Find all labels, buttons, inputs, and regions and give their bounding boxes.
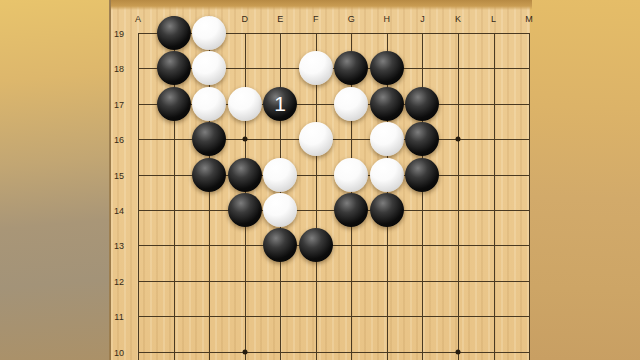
row-label-16: 16	[114, 135, 124, 145]
col-label-J: J	[420, 14, 425, 24]
board-top-edge	[111, 0, 532, 10]
col-label-L: L	[491, 14, 496, 24]
stone-black-C15	[192, 158, 226, 192]
stone-black-F13	[299, 228, 333, 262]
go-board[interactable]: ABCDEFGHJKLM19181716151413121110 1	[109, 0, 530, 360]
stone-white-H16	[370, 122, 404, 156]
stone-white-C18	[192, 51, 226, 85]
stone-white-C19	[192, 16, 226, 50]
grid-line-col-K	[458, 33, 459, 360]
stone-black-E17: 1	[263, 87, 297, 121]
col-label-D: D	[241, 14, 248, 24]
stone-black-D14	[228, 193, 262, 227]
stone-white-E14	[263, 193, 297, 227]
row-label-11: 11	[114, 312, 123, 322]
stone-white-G15	[334, 158, 368, 192]
stone-black-J17	[405, 87, 439, 121]
stone-black-J15	[405, 158, 439, 192]
stone-black-D15	[228, 158, 262, 192]
row-label-13: 13	[114, 241, 124, 251]
stone-black-G14	[334, 193, 368, 227]
row-label-19: 19	[114, 29, 124, 39]
col-label-A: A	[135, 14, 141, 24]
col-label-M: M	[525, 14, 533, 24]
row-label-10: 10	[114, 348, 124, 358]
stone-black-E13	[263, 228, 297, 262]
row-label-18: 18	[114, 64, 124, 74]
row-label-17: 17	[114, 100, 124, 110]
stone-white-E15	[263, 158, 297, 192]
star-point-K16	[455, 137, 460, 142]
stone-black-H14	[370, 193, 404, 227]
stone-black-C16	[192, 122, 226, 156]
grid-line-row-13	[138, 245, 530, 246]
star-point-D16	[242, 137, 247, 142]
stone-white-C17	[192, 87, 226, 121]
stone-black-G18	[334, 51, 368, 85]
grid-line-col-J	[422, 33, 423, 360]
stone-white-F18	[299, 51, 333, 85]
stone-black-J16	[405, 122, 439, 156]
star-point-D10	[242, 349, 247, 354]
col-label-G: G	[348, 14, 355, 24]
stone-black-B19	[157, 16, 191, 50]
row-label-15: 15	[114, 171, 124, 181]
stone-white-G17	[334, 87, 368, 121]
move-number-label: 1	[274, 93, 286, 114]
row-label-12: 12	[114, 277, 124, 287]
grid-line-row-12	[138, 281, 530, 282]
star-point-K10	[455, 349, 460, 354]
stone-black-H17	[370, 87, 404, 121]
background-right-bar	[530, 0, 640, 360]
grid-line-col-M	[529, 33, 530, 360]
stone-white-F16	[299, 122, 333, 156]
stone-black-H18	[370, 51, 404, 85]
stone-black-B17	[157, 87, 191, 121]
stone-white-D17	[228, 87, 262, 121]
grid-line-row-10	[138, 352, 530, 353]
row-label-14: 14	[114, 206, 124, 216]
col-label-F: F	[313, 14, 319, 24]
col-label-H: H	[384, 14, 391, 24]
stone-white-H15	[370, 158, 404, 192]
grid-line-row-11	[138, 316, 530, 317]
background-left-bar	[0, 0, 109, 360]
grid-line-col-A	[138, 33, 139, 360]
stone-black-B18	[157, 51, 191, 85]
col-label-K: K	[455, 14, 461, 24]
grid-line-col-L	[494, 33, 495, 360]
col-label-E: E	[277, 14, 283, 24]
